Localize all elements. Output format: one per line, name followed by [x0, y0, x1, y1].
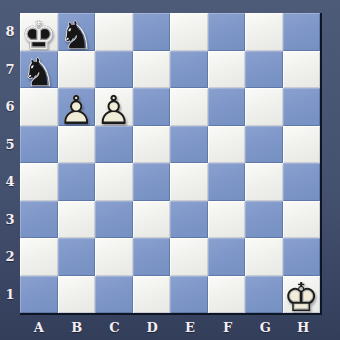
- square-d3[interactable]: [133, 201, 171, 239]
- piece-black-king: ♚♔: [20, 13, 58, 51]
- square-c5[interactable]: [95, 126, 133, 164]
- square-b2[interactable]: [58, 238, 96, 276]
- square-e4[interactable]: [170, 163, 208, 201]
- square-h1[interactable]: ♚♔: [283, 276, 321, 314]
- square-b1[interactable]: [58, 276, 96, 314]
- square-h3[interactable]: [283, 201, 321, 239]
- square-a4[interactable]: [20, 163, 58, 201]
- square-g8[interactable]: [245, 13, 283, 51]
- square-e8[interactable]: [170, 13, 208, 51]
- square-g7[interactable]: [245, 51, 283, 89]
- rank-label-5: 5: [0, 126, 20, 164]
- chess-diagram: 87654321 ♚♔♞♘♞♘♟♙♟♙♚♔ ABCDEFGH: [0, 0, 340, 340]
- square-d5[interactable]: [133, 126, 171, 164]
- square-a7[interactable]: ♞♘: [20, 51, 58, 89]
- square-b4[interactable]: [58, 163, 96, 201]
- square-g6[interactable]: [245, 88, 283, 126]
- square-b8[interactable]: ♞♘: [58, 13, 96, 51]
- rank-label-1: 1: [0, 276, 20, 314]
- square-f2[interactable]: [208, 238, 246, 276]
- square-h8[interactable]: [283, 13, 321, 51]
- square-g3[interactable]: [245, 201, 283, 239]
- square-g1[interactable]: [245, 276, 283, 314]
- square-c1[interactable]: [95, 276, 133, 314]
- rank-label-2: 2: [0, 238, 20, 276]
- square-h7[interactable]: [283, 51, 321, 89]
- square-b6[interactable]: ♟♙: [58, 88, 96, 126]
- square-b3[interactable]: [58, 201, 96, 239]
- square-e1[interactable]: [170, 276, 208, 314]
- square-a1[interactable]: [20, 276, 58, 314]
- square-c2[interactable]: [95, 238, 133, 276]
- rank-label-4: 4: [0, 163, 20, 201]
- square-f8[interactable]: [208, 13, 246, 51]
- square-c7[interactable]: [95, 51, 133, 89]
- piece-black-knight: ♞♘: [20, 51, 58, 89]
- square-b5[interactable]: [58, 126, 96, 164]
- rank-label-3: 3: [0, 201, 20, 239]
- rank-label-6: 6: [0, 88, 20, 126]
- square-d1[interactable]: [133, 276, 171, 314]
- square-e6[interactable]: [170, 88, 208, 126]
- square-c6[interactable]: ♟♙: [95, 88, 133, 126]
- square-e7[interactable]: [170, 51, 208, 89]
- square-g2[interactable]: [245, 238, 283, 276]
- file-labels: ABCDEFGH: [20, 315, 322, 340]
- square-h4[interactable]: [283, 163, 321, 201]
- square-e3[interactable]: [170, 201, 208, 239]
- square-d2[interactable]: [133, 238, 171, 276]
- square-d8[interactable]: [133, 13, 171, 51]
- square-e2[interactable]: [170, 238, 208, 276]
- chess-board: ♚♔♞♘♞♘♟♙♟♙♚♔: [20, 13, 322, 315]
- square-c3[interactable]: [95, 201, 133, 239]
- square-f1[interactable]: [208, 276, 246, 314]
- piece-white-pawn: ♟♙: [58, 88, 96, 126]
- file-label-e: E: [171, 315, 209, 340]
- square-a6[interactable]: [20, 88, 58, 126]
- square-g4[interactable]: [245, 163, 283, 201]
- file-label-f: F: [209, 315, 247, 340]
- piece-black-knight: ♞♘: [58, 13, 96, 51]
- file-label-c: C: [96, 315, 134, 340]
- square-f7[interactable]: [208, 51, 246, 89]
- square-b7[interactable]: [58, 51, 96, 89]
- piece-white-pawn: ♟♙: [95, 88, 133, 126]
- square-a8[interactable]: ♚♔: [20, 13, 58, 51]
- file-label-a: A: [20, 315, 58, 340]
- square-f6[interactable]: [208, 88, 246, 126]
- square-c4[interactable]: [95, 163, 133, 201]
- piece-white-king: ♚♔: [283, 276, 321, 314]
- square-d7[interactable]: [133, 51, 171, 89]
- file-label-h: H: [284, 315, 322, 340]
- square-d6[interactable]: [133, 88, 171, 126]
- square-a2[interactable]: [20, 238, 58, 276]
- square-a3[interactable]: [20, 201, 58, 239]
- square-a5[interactable]: [20, 126, 58, 164]
- square-f3[interactable]: [208, 201, 246, 239]
- rank-labels: 87654321: [0, 13, 20, 313]
- square-d4[interactable]: [133, 163, 171, 201]
- square-f5[interactable]: [208, 126, 246, 164]
- square-g5[interactable]: [245, 126, 283, 164]
- square-h6[interactable]: [283, 88, 321, 126]
- square-f4[interactable]: [208, 163, 246, 201]
- square-c8[interactable]: [95, 13, 133, 51]
- square-h2[interactable]: [283, 238, 321, 276]
- rank-label-7: 7: [0, 51, 20, 89]
- file-label-g: G: [247, 315, 285, 340]
- file-label-d: D: [133, 315, 171, 340]
- square-e5[interactable]: [170, 126, 208, 164]
- square-h5[interactable]: [283, 126, 321, 164]
- rank-label-8: 8: [0, 13, 20, 51]
- file-label-b: B: [58, 315, 96, 340]
